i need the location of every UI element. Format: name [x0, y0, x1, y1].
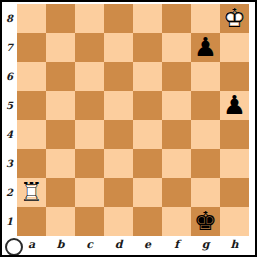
square-e2[interactable] [133, 178, 162, 207]
square-e7[interactable] [133, 33, 162, 62]
square-e5[interactable] [133, 91, 162, 120]
square-e3[interactable] [133, 149, 162, 178]
square-a5[interactable] [17, 91, 46, 120]
file-label-h: h [220, 236, 249, 253]
rank-label-6: 6 [2, 62, 17, 91]
black-pawn-g7[interactable]: ♟ [191, 33, 220, 62]
square-f5[interactable] [162, 91, 191, 120]
file-labels: abcdefgh [17, 236, 249, 253]
rank-label-2: 2 [2, 178, 17, 207]
square-d2[interactable] [104, 178, 133, 207]
square-d5[interactable] [104, 91, 133, 120]
square-h1[interactable] [220, 207, 249, 236]
square-a1[interactable] [17, 207, 46, 236]
rank-label-8: 8 [2, 4, 17, 33]
square-a7[interactable] [17, 33, 46, 62]
square-d1[interactable] [104, 207, 133, 236]
white-to-move-indicator [5, 238, 23, 256]
square-f7[interactable] [162, 33, 191, 62]
square-f4[interactable] [162, 120, 191, 149]
square-c3[interactable] [75, 149, 104, 178]
square-f3[interactable] [162, 149, 191, 178]
square-d3[interactable] [104, 149, 133, 178]
square-e1[interactable] [133, 207, 162, 236]
square-h4[interactable] [220, 120, 249, 149]
black-king-g1[interactable]: ♚ [191, 207, 220, 236]
rank-label-5: 5 [2, 91, 17, 120]
square-g1[interactable]: ♚ [191, 207, 220, 236]
square-b4[interactable] [46, 120, 75, 149]
square-f8[interactable] [162, 4, 191, 33]
file-label-f: f [162, 236, 191, 253]
square-b8[interactable] [46, 4, 75, 33]
square-f6[interactable] [162, 62, 191, 91]
square-a6[interactable] [17, 62, 46, 91]
square-g4[interactable] [191, 120, 220, 149]
square-c2[interactable] [75, 178, 104, 207]
square-c8[interactable] [75, 4, 104, 33]
square-g8[interactable] [191, 4, 220, 33]
file-label-c: c [75, 236, 104, 253]
square-a4[interactable] [17, 120, 46, 149]
square-a8[interactable] [17, 4, 46, 33]
square-d8[interactable] [104, 4, 133, 33]
file-label-e: e [133, 236, 162, 253]
square-e4[interactable] [133, 120, 162, 149]
square-e6[interactable] [133, 62, 162, 91]
square-f1[interactable] [162, 207, 191, 236]
rank-label-7: 7 [2, 33, 17, 62]
square-d7[interactable] [104, 33, 133, 62]
square-g5[interactable] [191, 91, 220, 120]
square-g3[interactable] [191, 149, 220, 178]
rank-label-4: 4 [2, 120, 17, 149]
square-f2[interactable] [162, 178, 191, 207]
rank-labels: 87654321 [2, 4, 17, 236]
square-g7[interactable]: ♟ [191, 33, 220, 62]
square-h8[interactable]: ♚♔ [220, 4, 249, 33]
square-d6[interactable] [104, 62, 133, 91]
square-h6[interactable] [220, 62, 249, 91]
square-c4[interactable] [75, 120, 104, 149]
square-a2[interactable]: ♜♖ [17, 178, 46, 207]
square-a3[interactable] [17, 149, 46, 178]
square-b2[interactable] [46, 178, 75, 207]
square-b5[interactable] [46, 91, 75, 120]
square-h5[interactable]: ♟ [220, 91, 249, 120]
square-c7[interactable] [75, 33, 104, 62]
square-c5[interactable] [75, 91, 104, 120]
rank-label-1: 1 [2, 207, 17, 236]
square-b1[interactable] [46, 207, 75, 236]
square-h7[interactable] [220, 33, 249, 62]
white-rook-a2[interactable]: ♖ [17, 178, 46, 207]
square-h2[interactable] [220, 178, 249, 207]
file-label-d: d [104, 236, 133, 253]
board: ♚♔♟♟♜♖♚ [17, 4, 249, 236]
file-label-b: b [46, 236, 75, 253]
square-c6[interactable] [75, 62, 104, 91]
file-label-g: g [191, 236, 220, 253]
square-b6[interactable] [46, 62, 75, 91]
rank-label-3: 3 [2, 149, 17, 178]
square-b3[interactable] [46, 149, 75, 178]
black-pawn-h5[interactable]: ♟ [220, 91, 249, 120]
white-king-h8[interactable]: ♔ [220, 4, 249, 33]
square-c1[interactable] [75, 207, 104, 236]
square-b7[interactable] [46, 33, 75, 62]
square-g6[interactable] [191, 62, 220, 91]
square-g2[interactable] [191, 178, 220, 207]
square-h3[interactable] [220, 149, 249, 178]
square-e8[interactable] [133, 4, 162, 33]
square-d4[interactable] [104, 120, 133, 149]
chess-diagram-frame: ♚♔♟♟♜♖♚ 87654321 abcdefgh [0, 0, 257, 257]
